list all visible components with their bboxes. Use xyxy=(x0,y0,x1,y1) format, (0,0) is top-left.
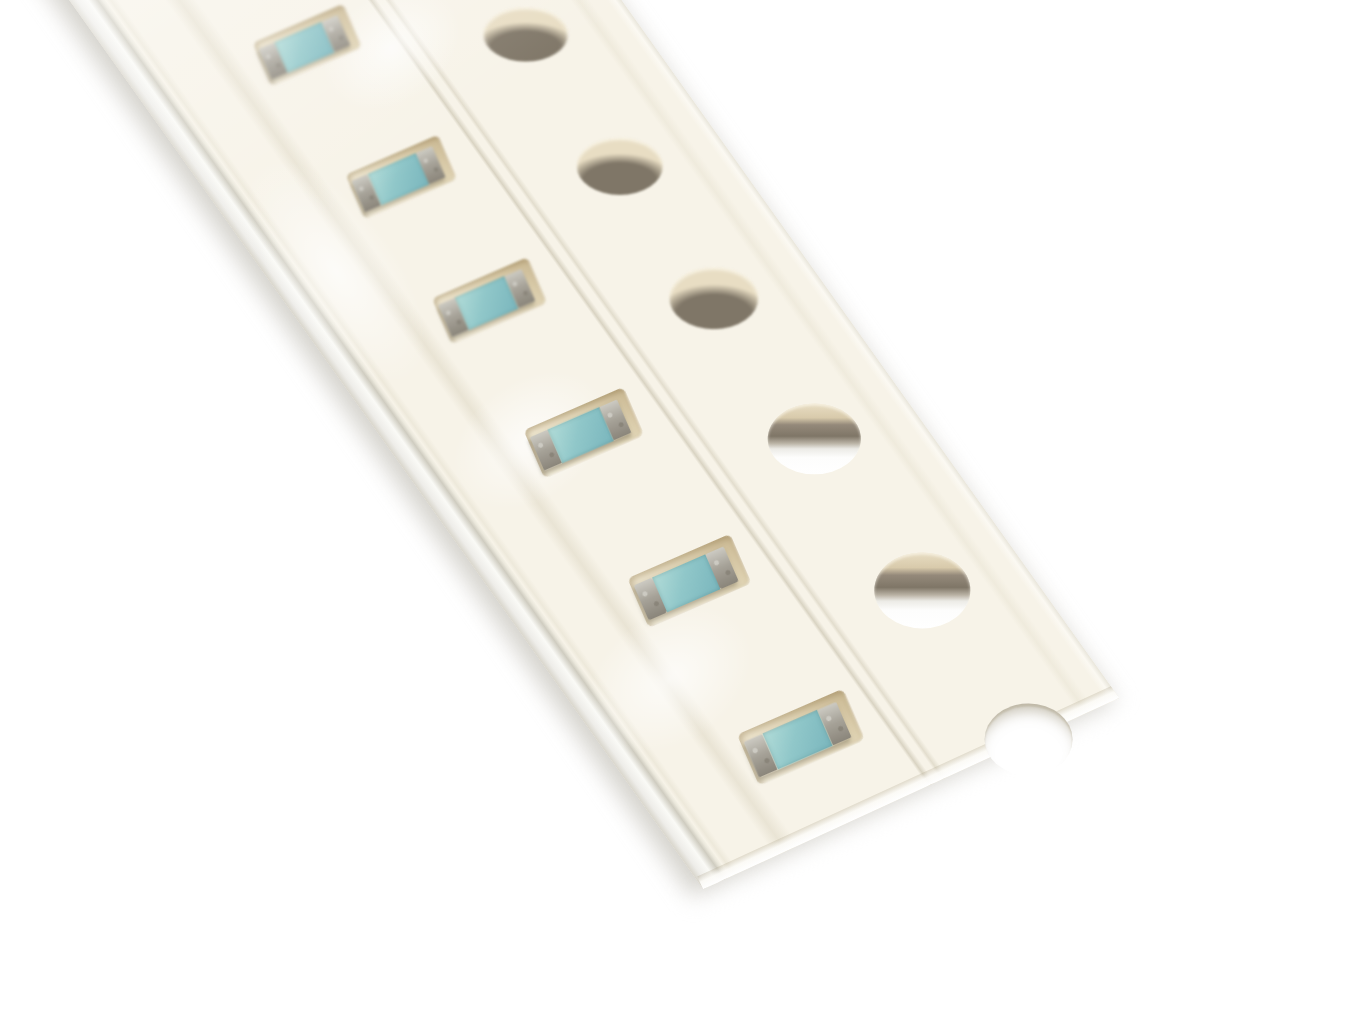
smd-component xyxy=(634,546,739,620)
sprocket-hole xyxy=(483,7,567,62)
smd-component xyxy=(744,702,852,778)
smd-component xyxy=(258,15,350,80)
component-pocket xyxy=(346,135,458,220)
photo-scene xyxy=(0,0,1364,1016)
sprocket-hole xyxy=(768,404,861,475)
smd-component xyxy=(530,399,632,471)
smd-component xyxy=(351,146,446,213)
carrier-tape-wrap xyxy=(26,0,1141,990)
component-pocket xyxy=(253,4,362,87)
component-pocket xyxy=(737,689,865,786)
sprocket-hole xyxy=(669,267,758,329)
sprocket-hole xyxy=(577,138,663,195)
smd-component xyxy=(438,269,536,338)
sprocket-hole xyxy=(874,552,970,628)
tape-end-notch xyxy=(985,703,1073,775)
component-pocket xyxy=(432,257,548,345)
component-pocket xyxy=(627,534,751,628)
component-pocket xyxy=(524,387,645,478)
